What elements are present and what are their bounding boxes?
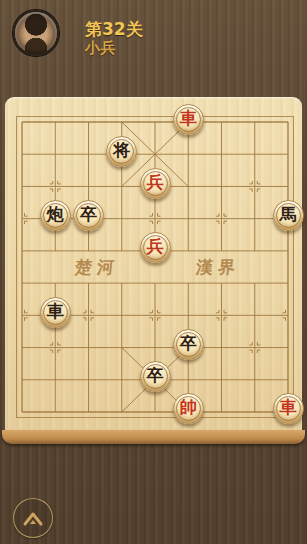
piece-black-soldier[interactable]: 卒 <box>173 329 204 360</box>
piece-ring: 卒 <box>76 203 101 228</box>
piece-ring: 車 <box>176 107 201 132</box>
piece-black-general[interactable]: 将 <box>106 136 137 167</box>
piece-character: 将 <box>113 142 130 159</box>
piece-red-chariot[interactable]: 車 <box>173 104 204 135</box>
piece-character: 炮 <box>47 206 64 223</box>
piece-ring: 卒 <box>143 364 168 389</box>
piece-ring: 卒 <box>176 332 201 357</box>
piece-ring: 将 <box>109 139 134 164</box>
expand-menu-button[interactable] <box>13 498 53 538</box>
piece-character: 卒 <box>147 367 164 384</box>
piece-character: 兵 <box>147 238 164 255</box>
piece-character: 車 <box>280 399 297 416</box>
piece-ring: 車 <box>276 396 301 421</box>
puzzle-name-label: 小兵 <box>85 39 115 58</box>
piece-character: 馬 <box>280 206 297 223</box>
piece-red-chariot[interactable]: 車 <box>273 393 304 424</box>
piece-black-horse[interactable]: 馬 <box>273 200 304 231</box>
piece-ring: 車 <box>43 300 68 325</box>
game-screen: 第32关 小兵 楚河 漢界 車将兵炮卒馬兵車卒卒帥車 <box>0 0 307 544</box>
piece-character: 卒 <box>180 335 197 352</box>
piece-ring: 帥 <box>176 396 201 421</box>
header: 第32关 小兵 <box>0 0 307 70</box>
piece-red-soldier[interactable]: 兵 <box>140 168 171 199</box>
piece-ring: 炮 <box>43 203 68 228</box>
level-label: 第32关 <box>85 18 143 41</box>
piece-ring: 兵 <box>143 171 168 196</box>
player-avatar[interactable] <box>13 10 59 56</box>
piece-black-soldier[interactable]: 卒 <box>140 361 171 392</box>
piece-black-soldier[interactable]: 卒 <box>73 200 104 231</box>
piece-character: 車 <box>180 110 197 127</box>
piece-character: 帥 <box>180 399 197 416</box>
piece-ring: 兵 <box>143 235 168 260</box>
chevron-up-icon <box>22 509 44 527</box>
piece-black-chariot[interactable]: 車 <box>40 297 71 328</box>
piece-red-soldier[interactable]: 兵 <box>140 232 171 263</box>
piece-character: 兵 <box>147 174 164 191</box>
board-bevel-edge <box>2 430 305 444</box>
piece-ring: 馬 <box>276 203 301 228</box>
piece-character: 車 <box>47 303 64 320</box>
piece-black-cannon[interactable]: 炮 <box>40 200 71 231</box>
piece-character: 卒 <box>80 206 97 223</box>
